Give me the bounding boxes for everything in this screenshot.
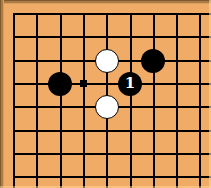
board-edge-left bbox=[0, 0, 4, 188]
star-point-marker bbox=[80, 80, 87, 87]
move-number: 1 bbox=[125, 76, 135, 91]
stones-grid: 1 bbox=[2, 2, 211, 188]
board-edge-top bbox=[0, 0, 211, 4]
white-stone bbox=[95, 49, 119, 73]
board-cutoff-bottom bbox=[0, 186, 211, 188]
go-board: 1 bbox=[0, 0, 211, 188]
move-1-stone: 1 bbox=[118, 72, 142, 96]
black-stone bbox=[141, 49, 165, 73]
white-stone bbox=[95, 95, 119, 119]
board-cutoff-right bbox=[209, 0, 211, 188]
black-stone bbox=[48, 72, 72, 96]
